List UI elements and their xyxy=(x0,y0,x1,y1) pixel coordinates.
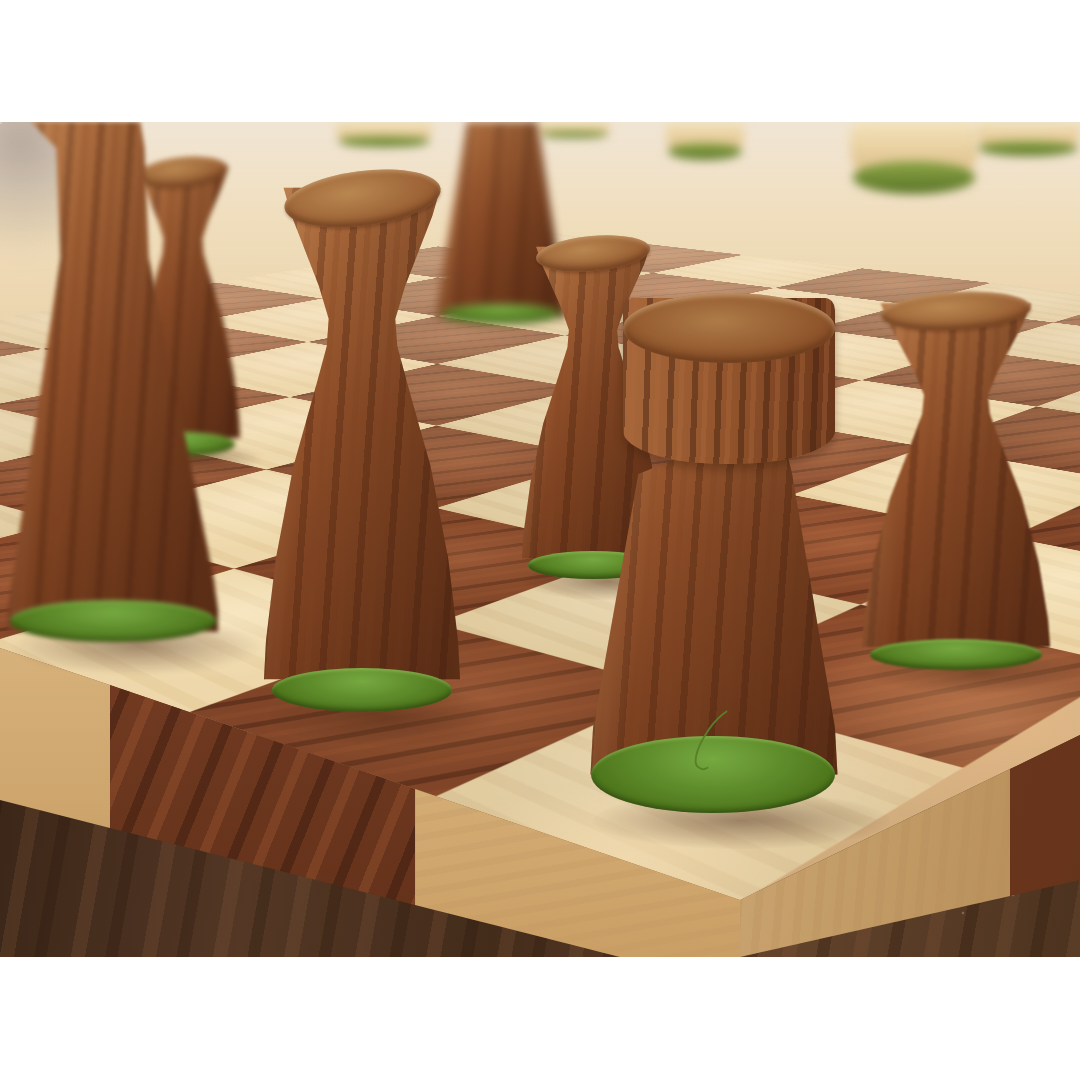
top-white-band xyxy=(0,0,1080,122)
photo-area xyxy=(0,122,1080,957)
dark-pawn-front-left xyxy=(264,166,460,712)
green-felt-base xyxy=(870,639,1043,670)
chess-photo-stage xyxy=(0,0,1080,1080)
piece-body xyxy=(862,288,1050,670)
piece-body xyxy=(8,122,218,642)
dark-queen-tall-cone xyxy=(8,122,218,642)
green-felt-base xyxy=(272,668,452,712)
rook-cylinder-cap xyxy=(623,298,835,464)
bottom-white-band xyxy=(0,957,1080,1080)
near-pieces-layer xyxy=(0,122,1080,957)
piece-body xyxy=(264,166,460,712)
dark-pawn-right xyxy=(862,288,1050,670)
green-felt-base xyxy=(10,600,216,642)
dark-rook-cylinder-cap xyxy=(588,298,840,816)
